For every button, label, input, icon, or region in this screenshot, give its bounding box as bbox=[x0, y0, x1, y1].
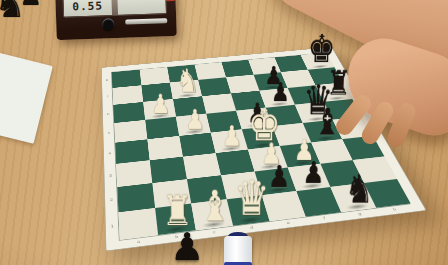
rank-label-8: 8 bbox=[103, 72, 111, 88]
board-perspective-scene: ♚♞♟♟♟♜♟♟♛♟♚♝♟♟♟♟♜♝♛♞ abcdefgh 87654321 bbox=[0, 0, 448, 265]
captured-piece-bottom: ♟ bbox=[170, 228, 204, 265]
square-b3[interactable] bbox=[150, 157, 187, 183]
white-bottle bbox=[224, 236, 252, 265]
black-pawn-e2[interactable]: ♟ bbox=[268, 162, 291, 192]
rank-label-4: 4 bbox=[105, 142, 114, 164]
rank-label-1: 1 bbox=[107, 212, 118, 241]
black-knight-g1[interactable]: ♞ bbox=[344, 170, 374, 209]
square-d1[interactable]: ♛ bbox=[227, 195, 270, 226]
photo-scene: 0.55 ♞♟ ♚♞♟♟♟♜♟♟♛♟♚♝♟♟♟♟♜♝♛♞ abcdefgh 87… bbox=[0, 0, 448, 265]
rank-label-7: 7 bbox=[104, 88, 112, 106]
square-a3[interactable] bbox=[116, 160, 152, 187]
bottle-body bbox=[224, 236, 252, 265]
white-knight-c7[interactable]: ♞ bbox=[175, 65, 199, 97]
square-b6[interactable]: ♟ bbox=[143, 99, 176, 120]
white-bishop-c1[interactable]: ♝ bbox=[198, 184, 230, 226]
black-king-h8[interactable]: ♚ bbox=[307, 29, 336, 68]
white-pawn-d4[interactable]: ♟ bbox=[221, 122, 242, 150]
square-f2[interactable]: ♟ bbox=[288, 164, 331, 191]
white-queen-d1[interactable]: ♛ bbox=[233, 174, 269, 222]
rank-label-2: 2 bbox=[106, 187, 116, 213]
square-a5[interactable] bbox=[114, 120, 147, 143]
rank-label-5: 5 bbox=[105, 123, 114, 143]
black-pawn-f2[interactable]: ♟ bbox=[302, 158, 325, 188]
square-c3[interactable] bbox=[183, 153, 221, 179]
black-bishop-g4[interactable]: ♝ bbox=[313, 103, 341, 140]
white-pawn-c5[interactable]: ♟ bbox=[185, 106, 205, 133]
chess-board[interactable]: ♚♞♟♟♟♜♟♟♛♟♚♝♟♟♟♟♜♝♛♞ abcdefgh 87654321 bbox=[101, 47, 427, 251]
rank-label-3: 3 bbox=[106, 164, 116, 188]
rank-label-6: 6 bbox=[104, 105, 113, 124]
square-c7[interactable]: ♞ bbox=[170, 80, 202, 99]
white-pawn-b6[interactable]: ♟ bbox=[150, 91, 170, 117]
square-a1[interactable] bbox=[118, 208, 158, 240]
